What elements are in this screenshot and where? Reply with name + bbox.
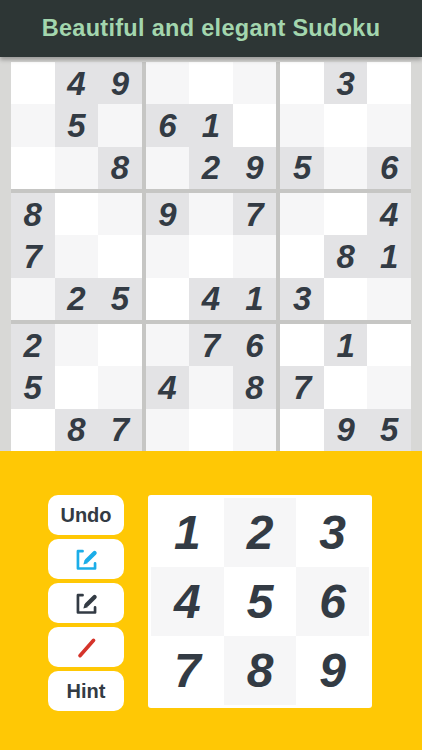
- cell-r7c6[interactable]: 6: [233, 324, 277, 366]
- cell-r6c7[interactable]: 3: [280, 278, 324, 320]
- cell-r9c9[interactable]: 5: [367, 409, 411, 451]
- cell-r6c8[interactable]: [324, 278, 368, 320]
- numpad-key-1[interactable]: 1: [151, 498, 224, 567]
- block-2-1: 8725: [11, 193, 142, 320]
- cell-r2c1[interactable]: [11, 104, 55, 146]
- cell-r5c2[interactable]: [55, 235, 99, 277]
- cell-r9c6[interactable]: [233, 409, 277, 451]
- cell-r1c5[interactable]: [189, 62, 233, 104]
- pen-mode-button[interactable]: [48, 539, 124, 579]
- cell-r8c9[interactable]: [367, 366, 411, 408]
- cell-r6c1[interactable]: [11, 278, 55, 320]
- cell-r8c4[interactable]: 4: [146, 366, 190, 408]
- cell-r9c4[interactable]: [146, 409, 190, 451]
- cell-r6c4[interactable]: [146, 278, 190, 320]
- red-slash-icon: [73, 634, 100, 661]
- cell-r2c6[interactable]: [233, 104, 277, 146]
- undo-button[interactable]: Undo: [48, 495, 124, 535]
- pencil-mode-button[interactable]: [48, 583, 124, 623]
- cell-r9c5[interactable]: [189, 409, 233, 451]
- cell-r4c3[interactable]: [98, 193, 142, 235]
- cell-r8c1[interactable]: 5: [11, 366, 55, 408]
- cell-r7c3[interactable]: [98, 324, 142, 366]
- hint-button[interactable]: Hint: [48, 671, 124, 711]
- app-header: Beautiful and elegant Sudoku: [0, 0, 422, 57]
- cell-r1c8[interactable]: 3: [324, 62, 368, 104]
- block-1-2: 6129: [146, 62, 277, 189]
- cell-r9c7[interactable]: [280, 409, 324, 451]
- cell-r5c1[interactable]: 7: [11, 235, 55, 277]
- cell-r9c1[interactable]: [11, 409, 55, 451]
- cell-r3c4[interactable]: [146, 147, 190, 189]
- cell-r3c3[interactable]: 8: [98, 147, 142, 189]
- cell-r4c8[interactable]: [324, 193, 368, 235]
- sudoku-board: 49586129356872597414813258776481795: [11, 62, 411, 451]
- cell-r5c8[interactable]: 8: [324, 235, 368, 277]
- cell-r5c9[interactable]: 1: [367, 235, 411, 277]
- page-title: Beautiful and elegant Sudoku: [42, 15, 381, 42]
- numpad-key-6[interactable]: 6: [296, 567, 369, 636]
- cell-r3c7[interactable]: 5: [280, 147, 324, 189]
- cell-r8c5[interactable]: [189, 366, 233, 408]
- cell-r7c2[interactable]: [55, 324, 99, 366]
- control-tray: Undo: [0, 451, 422, 750]
- cell-r1c6[interactable]: [233, 62, 277, 104]
- cell-r7c9[interactable]: [367, 324, 411, 366]
- cell-r2c2[interactable]: 5: [55, 104, 99, 146]
- cell-r9c3[interactable]: 7: [98, 409, 142, 451]
- block-2-2: 9741: [146, 193, 277, 320]
- cell-r4c4[interactable]: 9: [146, 193, 190, 235]
- cell-r8c3[interactable]: [98, 366, 142, 408]
- cell-r7c8[interactable]: 1: [324, 324, 368, 366]
- cell-r5c7[interactable]: [280, 235, 324, 277]
- cell-r8c2[interactable]: [55, 366, 99, 408]
- cell-r3c2[interactable]: [55, 147, 99, 189]
- block-2-3: 4813: [280, 193, 411, 320]
- cell-r2c9[interactable]: [367, 104, 411, 146]
- cell-r1c3[interactable]: 9: [98, 62, 142, 104]
- block-3-1: 2587: [11, 324, 142, 451]
- cell-r6c6[interactable]: 1: [233, 278, 277, 320]
- board-section: 49586129356872597414813258776481795: [0, 57, 422, 451]
- cell-r3c1[interactable]: [11, 147, 55, 189]
- cell-r6c3[interactable]: 5: [98, 278, 142, 320]
- cell-r6c5[interactable]: 4: [189, 278, 233, 320]
- cell-r4c1[interactable]: 8: [11, 193, 55, 235]
- block-1-1: 4958: [11, 62, 142, 189]
- numpad-key-3[interactable]: 3: [296, 498, 369, 567]
- numpad-key-7[interactable]: 7: [151, 636, 224, 705]
- cell-r5c5[interactable]: [189, 235, 233, 277]
- cell-r4c5[interactable]: [189, 193, 233, 235]
- cell-r2c3[interactable]: [98, 104, 142, 146]
- tool-column: Undo: [48, 495, 124, 750]
- cell-r8c7[interactable]: 7: [280, 366, 324, 408]
- eraser-button[interactable]: [48, 627, 124, 667]
- cell-r7c1[interactable]: 2: [11, 324, 55, 366]
- cell-r6c2[interactable]: 2: [55, 278, 99, 320]
- block-3-3: 1795: [280, 324, 411, 451]
- cell-r3c8[interactable]: [324, 147, 368, 189]
- cell-r4c9[interactable]: 4: [367, 193, 411, 235]
- cell-r3c6[interactable]: 9: [233, 147, 277, 189]
- cell-r4c7[interactable]: [280, 193, 324, 235]
- cell-r1c1[interactable]: [11, 62, 55, 104]
- cell-r5c6[interactable]: [233, 235, 277, 277]
- cell-r3c5[interactable]: 2: [189, 147, 233, 189]
- cell-r8c8[interactable]: [324, 366, 368, 408]
- cell-r8c6[interactable]: 8: [233, 366, 277, 408]
- cell-r1c2[interactable]: 4: [55, 62, 99, 104]
- numpad-key-2[interactable]: 2: [224, 498, 297, 567]
- block-1-3: 356: [280, 62, 411, 189]
- cell-r3c9[interactable]: 6: [367, 147, 411, 189]
- cell-r1c9[interactable]: [367, 62, 411, 104]
- cell-r9c2[interactable]: 8: [55, 409, 99, 451]
- cell-r2c5[interactable]: 1: [189, 104, 233, 146]
- numpad: 123456789: [148, 495, 372, 708]
- cell-r4c6[interactable]: 7: [233, 193, 277, 235]
- cell-r7c7[interactable]: [280, 324, 324, 366]
- cell-r1c7[interactable]: [280, 62, 324, 104]
- cell-r6c9[interactable]: [367, 278, 411, 320]
- cell-r2c7[interactable]: [280, 104, 324, 146]
- cell-r2c4[interactable]: 6: [146, 104, 190, 146]
- cell-r2c8[interactable]: [324, 104, 368, 146]
- block-3-2: 7648: [146, 324, 277, 451]
- cell-r9c8[interactable]: 9: [324, 409, 368, 451]
- cell-r5c3[interactable]: [98, 235, 142, 277]
- numpad-key-9[interactable]: 9: [296, 636, 369, 705]
- cell-r7c5[interactable]: 7: [189, 324, 233, 366]
- cell-r5c4[interactable]: [146, 235, 190, 277]
- numpad-key-4[interactable]: 4: [151, 567, 224, 636]
- cell-r4c2[interactable]: [55, 193, 99, 235]
- cell-r7c4[interactable]: [146, 324, 190, 366]
- numpad-key-5[interactable]: 5: [224, 567, 297, 636]
- numpad-key-8[interactable]: 8: [224, 636, 297, 705]
- edit-square-icon-gray: [73, 590, 100, 617]
- cell-r1c4[interactable]: [146, 62, 190, 104]
- edit-square-icon-blue: [73, 546, 100, 573]
